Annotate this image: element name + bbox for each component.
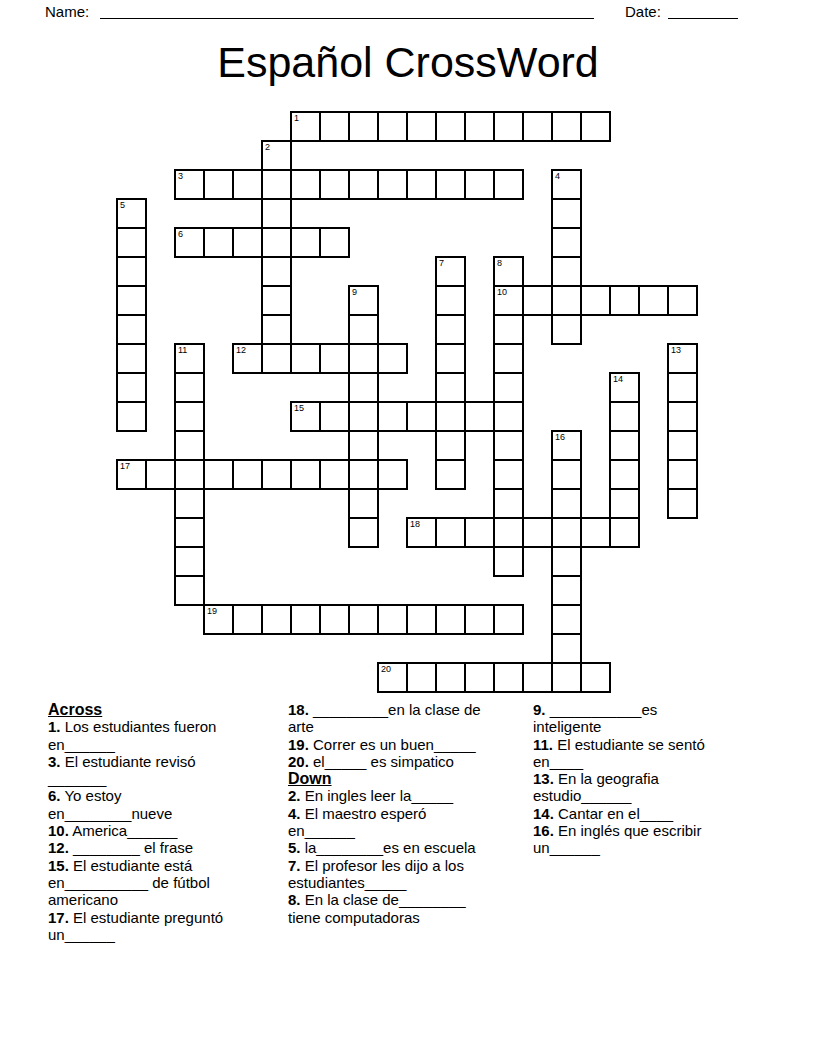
cell-r8c0[interactable] <box>116 343 147 374</box>
cell-r19c12[interactable] <box>464 662 495 693</box>
cell-r14c10[interactable]: 18 <box>406 517 437 548</box>
cell-r17c8[interactable] <box>348 604 379 635</box>
cell-r0c14[interactable] <box>522 111 553 142</box>
clue-number-19: 19 <box>207 606 217 617</box>
page-title: Español CrossWord <box>0 38 816 87</box>
cell-r2c8[interactable] <box>348 169 379 200</box>
cell-r13c13[interactable] <box>493 488 524 519</box>
clue-number-label-5: 5. <box>288 839 301 856</box>
cell-r9c0[interactable] <box>116 372 147 403</box>
cell-r19c13[interactable] <box>493 662 524 693</box>
cell-r6c15[interactable] <box>551 285 582 316</box>
cell-r4c6[interactable] <box>290 227 321 258</box>
cell-r13c2[interactable] <box>174 488 205 519</box>
cell-r6c5[interactable] <box>261 285 292 316</box>
cell-r12c17[interactable] <box>609 459 640 490</box>
section-heading-down: Down <box>288 770 533 787</box>
clue-number-15: 15 <box>294 403 304 414</box>
clue-number-12: 12 <box>236 345 246 356</box>
cell-r19c14[interactable] <box>522 662 553 693</box>
clue-continuation: en____ <box>533 753 793 770</box>
clue-number-label-12: 12. <box>48 839 69 856</box>
cell-r5c13[interactable]: 8 <box>493 256 524 287</box>
cell-r14c13[interactable] <box>493 517 524 548</box>
cell-r5c15[interactable] <box>551 256 582 287</box>
cell-r4c4[interactable] <box>232 227 263 258</box>
clue-continuation: tiene computadoras <box>288 909 533 926</box>
cell-r11c2[interactable] <box>174 430 205 461</box>
cell-r2c4[interactable] <box>232 169 263 200</box>
cell-r19c11[interactable] <box>435 662 466 693</box>
clue-continuation: en__________ de fútbol <box>48 874 283 891</box>
cell-r4c15[interactable] <box>551 227 582 258</box>
clue-continuation: _______ <box>48 770 283 787</box>
cell-r19c9[interactable]: 20 <box>377 662 408 693</box>
cell-r7c15[interactable] <box>551 314 582 345</box>
clue-number-17: 17 <box>120 461 130 472</box>
clue-14: 14. Cantar en el____ <box>533 805 793 822</box>
cell-r12c13[interactable] <box>493 459 524 490</box>
cell-r6c0[interactable] <box>116 285 147 316</box>
clue-5: 5. la________es en escuela <box>288 839 533 856</box>
cell-r6c14[interactable] <box>522 285 553 316</box>
clue-number-label-18: 18. <box>288 701 309 718</box>
clue-number-9: 9 <box>352 287 357 298</box>
cell-r14c15[interactable] <box>551 517 582 548</box>
cell-r0c12[interactable] <box>464 111 495 142</box>
cell-r14c17[interactable] <box>609 517 640 548</box>
cell-r7c13[interactable] <box>493 314 524 345</box>
clue-9: 9. ___________es <box>533 701 793 718</box>
clue-11: 11. El estudiante se sentó <box>533 736 793 753</box>
clue-continuation: estudiantes_____ <box>288 874 533 891</box>
cell-r7c0[interactable] <box>116 314 147 345</box>
cell-r2c9[interactable] <box>377 169 408 200</box>
cell-r2c7[interactable] <box>319 169 350 200</box>
cell-r11c11[interactable] <box>435 430 466 461</box>
cell-r17c6[interactable] <box>290 604 321 635</box>
cell-r9c8[interactable] <box>348 372 379 403</box>
clue-13: 13. En la geografia <box>533 770 793 787</box>
clue-number-label-1: 1. <box>48 718 61 735</box>
cell-r17c12[interactable] <box>464 604 495 635</box>
cell-r0c7[interactable] <box>319 111 350 142</box>
cell-r6c8[interactable]: 9 <box>348 285 379 316</box>
cell-r14c16[interactable] <box>580 517 611 548</box>
clue-number-13: 13 <box>671 345 681 356</box>
cell-r17c7[interactable] <box>319 604 350 635</box>
clue-number-label-16: 16. <box>533 822 554 839</box>
cell-r13c17[interactable] <box>609 488 640 519</box>
cell-r6c11[interactable] <box>435 285 466 316</box>
cell-r7c11[interactable] <box>435 314 466 345</box>
cell-r9c13[interactable] <box>493 372 524 403</box>
cell-r5c11[interactable]: 7 <box>435 256 466 287</box>
section-heading-across: Across <box>48 701 283 718</box>
cell-r3c15[interactable] <box>551 198 582 229</box>
cell-r16c2[interactable] <box>174 575 205 606</box>
cell-r10c2[interactable] <box>174 401 205 432</box>
clue-number-label-10: 10. <box>48 822 69 839</box>
cell-r10c10[interactable] <box>406 401 437 432</box>
cell-r0c15[interactable] <box>551 111 582 142</box>
clue-number-14: 14 <box>613 374 623 385</box>
cell-r14c2[interactable] <box>174 517 205 548</box>
cell-r6c17[interactable] <box>609 285 640 316</box>
cell-r2c6[interactable] <box>290 169 321 200</box>
cell-r9c19[interactable] <box>667 372 698 403</box>
cell-r10c12[interactable] <box>464 401 495 432</box>
cell-r17c15[interactable] <box>551 604 582 635</box>
clue-continuation: americano <box>48 891 283 908</box>
clue-number-4: 4 <box>555 171 560 182</box>
cell-r2c2[interactable]: 3 <box>174 169 205 200</box>
clue-number-label-3: 3. <box>48 753 61 770</box>
clue-20: 20. el_____ es simpatico <box>288 753 533 770</box>
cell-r17c4[interactable] <box>232 604 263 635</box>
clue-15: 15. El estudiante está <box>48 857 283 874</box>
clue-number-label-13: 13. <box>533 770 554 787</box>
clue-3: 3. El estudiante revisó <box>48 753 283 770</box>
cell-r8c13[interactable] <box>493 343 524 374</box>
cell-r1c5[interactable]: 2 <box>261 140 292 171</box>
clue-continuation: un______ <box>533 839 793 856</box>
cell-r8c8[interactable] <box>348 343 379 374</box>
clue-number-5: 5 <box>120 200 125 211</box>
cell-r9c11[interactable] <box>435 372 466 403</box>
clue-continuation: estudio______ <box>533 787 793 804</box>
name-label: Name: <box>45 3 89 20</box>
cell-r10c0[interactable] <box>116 401 147 432</box>
cell-r8c7[interactable] <box>319 343 350 374</box>
clue-17: 17. El estudiante preguntó <box>48 909 283 926</box>
clue-number-label-11: 11. <box>533 736 553 753</box>
cell-r13c15[interactable] <box>551 488 582 519</box>
cell-r17c13[interactable] <box>493 604 524 635</box>
cell-r5c5[interactable] <box>261 256 292 287</box>
cell-r15c13[interactable] <box>493 546 524 577</box>
cell-r10c8[interactable] <box>348 401 379 432</box>
clue-1: 1. Los estudiantes fueron <box>48 718 283 735</box>
clue-number-label-9: 9. <box>533 701 546 718</box>
cell-r8c2[interactable]: 11 <box>174 343 205 374</box>
clue-number-3: 3 <box>178 171 183 182</box>
clue-number-18: 18 <box>410 519 420 530</box>
cell-r7c8[interactable] <box>348 314 379 345</box>
clue-number-6: 6 <box>178 229 183 240</box>
clue-number-8: 8 <box>497 258 502 269</box>
cell-r0c11[interactable] <box>435 111 466 142</box>
cell-r4c5[interactable] <box>261 227 292 258</box>
cell-r13c8[interactable] <box>348 488 379 519</box>
cell-r0c10[interactable] <box>406 111 437 142</box>
clue-number-label-14: 14. <box>533 805 554 822</box>
clue-16: 16. En inglés que escribir <box>533 822 793 839</box>
cell-r2c13[interactable] <box>493 169 524 200</box>
cell-r17c9[interactable] <box>377 604 408 635</box>
clue-19: 19. Correr es un buen_____ <box>288 736 533 753</box>
clue-6: 6. Yo estoy <box>48 787 283 804</box>
cell-r10c9[interactable] <box>377 401 408 432</box>
cell-r4c7[interactable] <box>319 227 350 258</box>
cell-r12c19[interactable] <box>667 459 698 490</box>
clue-continuation: en________nueve <box>48 805 283 822</box>
clue-number-label-17: 17. <box>48 909 69 926</box>
cell-r0c13[interactable] <box>493 111 524 142</box>
cell-r17c5[interactable] <box>261 604 292 635</box>
clue-number-label-4: 4. <box>288 805 301 822</box>
clue-4: 4. El maestro esperó <box>288 805 533 822</box>
cell-r8c11[interactable] <box>435 343 466 374</box>
clue-column-3: 9. ___________esinteligente11. El estudi… <box>533 701 793 857</box>
clue-continuation: en______ <box>288 822 533 839</box>
cell-r6c19[interactable] <box>667 285 698 316</box>
cell-r0c6[interactable]: 1 <box>290 111 321 142</box>
clue-number-1: 1 <box>294 113 299 124</box>
cell-r15c2[interactable] <box>174 546 205 577</box>
cell-r2c15[interactable]: 4 <box>551 169 582 200</box>
cell-r12c5[interactable] <box>261 459 292 490</box>
cell-r11c15[interactable]: 16 <box>551 430 582 461</box>
cell-r12c7[interactable] <box>319 459 350 490</box>
cell-r2c10[interactable] <box>406 169 437 200</box>
clue-continuation: inteligente <box>533 718 793 735</box>
cell-r12c6[interactable] <box>290 459 321 490</box>
cell-r11c19[interactable] <box>667 430 698 461</box>
cell-r5c0[interactable] <box>116 256 147 287</box>
cell-r10c13[interactable] <box>493 401 524 432</box>
clue-column-2: 18. _________en la clase dearte19. Corre… <box>288 701 533 926</box>
cell-r0c8[interactable] <box>348 111 379 142</box>
cell-r10c11[interactable] <box>435 401 466 432</box>
cell-r16c15[interactable] <box>551 575 582 606</box>
cell-r12c4[interactable] <box>232 459 263 490</box>
cell-r17c11[interactable] <box>435 604 466 635</box>
cell-r2c3[interactable] <box>203 169 234 200</box>
cell-r10c19[interactable] <box>667 401 698 432</box>
clue-number-2: 2 <box>265 142 270 153</box>
name-input-line[interactable] <box>100 3 594 19</box>
clue-8: 8. En la clase de________ <box>288 891 533 908</box>
cell-r3c0[interactable]: 5 <box>116 198 147 229</box>
cell-r8c9[interactable] <box>377 343 408 374</box>
cell-r14c14[interactable] <box>522 517 553 548</box>
cell-r9c2[interactable] <box>174 372 205 403</box>
cell-r6c16[interactable] <box>580 285 611 316</box>
cell-r6c13[interactable]: 10 <box>493 285 524 316</box>
clue-7: 7. El profesor les dijo a los <box>288 857 533 874</box>
cell-r12c15[interactable] <box>551 459 582 490</box>
clue-continuation: un______ <box>48 926 283 943</box>
cell-r10c17[interactable] <box>609 401 640 432</box>
cell-r10c6[interactable]: 15 <box>290 401 321 432</box>
cell-r14c12[interactable] <box>464 517 495 548</box>
clue-continuation: en______ <box>48 736 283 753</box>
cell-r17c10[interactable] <box>406 604 437 635</box>
clue-number-7: 7 <box>439 258 444 269</box>
clue-number-11: 11 <box>178 345 187 356</box>
cell-r4c0[interactable] <box>116 227 147 258</box>
cell-r17c3[interactable]: 19 <box>203 604 234 635</box>
cell-r15c15[interactable] <box>551 546 582 577</box>
cell-r8c5[interactable] <box>261 343 292 374</box>
cell-r18c15[interactable] <box>551 633 582 664</box>
clue-number-label-7: 7. <box>288 857 301 874</box>
cell-r19c15[interactable] <box>551 662 582 693</box>
cell-r12c2[interactable] <box>174 459 205 490</box>
cell-r4c2[interactable]: 6 <box>174 227 205 258</box>
clue-18: 18. _________en la clase de <box>288 701 533 718</box>
cell-r8c4[interactable]: 12 <box>232 343 263 374</box>
cell-r2c12[interactable] <box>464 169 495 200</box>
cell-r0c16[interactable] <box>580 111 611 142</box>
cell-r19c10[interactable] <box>406 662 437 693</box>
cell-r12c9[interactable] <box>377 459 408 490</box>
cell-r14c8[interactable] <box>348 517 379 548</box>
clue-column-1: Across1. Los estudiantes fueronen______3… <box>48 701 283 943</box>
clue-number-label-20: 20. <box>288 753 309 770</box>
cell-r3c5[interactable] <box>261 198 292 229</box>
clue-number-label-15: 15. <box>48 857 69 874</box>
cell-r8c6[interactable] <box>290 343 321 374</box>
clue-number-label-8: 8. <box>288 891 301 908</box>
worksheet-page: Name: Date: Español CrossWord 1234567891… <box>0 0 816 1056</box>
cell-r0c9[interactable] <box>377 111 408 142</box>
clue-12: 12. ________ el frase <box>48 839 283 856</box>
clue-number-label-6: 6. <box>48 787 61 804</box>
cell-r9c17[interactable]: 14 <box>609 372 640 403</box>
clue-number-label-19: 19. <box>288 736 309 753</box>
cell-r11c13[interactable] <box>493 430 524 461</box>
cell-r8c19[interactable]: 13 <box>667 343 698 374</box>
clue-2: 2. En ingles leer la_____ <box>288 787 533 804</box>
cell-r7c5[interactable] <box>261 314 292 345</box>
cell-r2c11[interactable] <box>435 169 466 200</box>
cell-r6c18[interactable] <box>638 285 669 316</box>
cell-r11c17[interactable] <box>609 430 640 461</box>
cell-r4c3[interactable] <box>203 227 234 258</box>
cell-r11c8[interactable] <box>348 430 379 461</box>
cell-r14c11[interactable] <box>435 517 466 548</box>
cell-r2c5[interactable] <box>261 169 292 200</box>
cell-r12c11[interactable] <box>435 459 466 490</box>
clue-continuation: arte <box>288 718 533 735</box>
cell-r12c0[interactable]: 17 <box>116 459 147 490</box>
clue-number-label-2: 2. <box>288 787 301 804</box>
cell-r10c7[interactable] <box>319 401 350 432</box>
cell-r13c19[interactable] <box>667 488 698 519</box>
cell-r12c3[interactable] <box>203 459 234 490</box>
date-label: Date: <box>625 3 661 20</box>
clue-number-10: 10 <box>497 287 507 298</box>
cell-r12c8[interactable] <box>348 459 379 490</box>
cell-r19c16[interactable] <box>580 662 611 693</box>
date-input-line[interactable] <box>668 3 738 19</box>
clue-10: 10. America______ <box>48 822 283 839</box>
clue-number-16: 16 <box>555 432 565 443</box>
cell-r12c1[interactable] <box>145 459 176 490</box>
clue-number-20: 20 <box>381 664 391 675</box>
